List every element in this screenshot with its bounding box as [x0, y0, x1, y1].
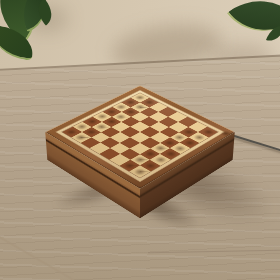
- piece-glyph: ♜: [113, 150, 167, 174]
- piece-glyph: ♟: [56, 119, 107, 139]
- chess-box: ♜♞♝♚♛♝♞♜♟♟♟♟♟♟♟♟♟♟♟♟♟♟♟♜♞♝♚♛♝♞♜♟: [45, 86, 235, 189]
- scene-3d: ♜♞♝♚♛♝♞♜♟♟♟♟♟♟♟♟♟♟♟♟♟♟♟♜♞♝♚♛♝♞♜♟: [0, 0, 280, 280]
- photo-stage: ♜♞♝♚♛♝♞♜♟♟♟♟♟♟♟♟♟♟♟♟♟♟♟♜♞♝♚♛♝♞♜♟: [0, 0, 280, 280]
